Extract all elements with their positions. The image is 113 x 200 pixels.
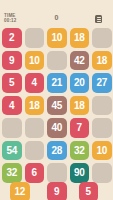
tile-4[interactable]: 4 [25, 73, 45, 93]
tile-9[interactable]: 9 [2, 51, 22, 71]
tile-54[interactable]: 54 [2, 141, 22, 161]
tile-21[interactable]: 21 [47, 73, 67, 93]
tile-32[interactable]: 32 [70, 141, 90, 161]
tile-2[interactable]: 2 [2, 28, 22, 48]
tile-32[interactable]: 32 [2, 163, 22, 183]
incoming-tile-5[interactable]: 5 [79, 182, 99, 200]
tile-4[interactable]: 4 [2, 96, 22, 116]
tile-18[interactable]: 18 [70, 96, 90, 116]
incoming-row: 1295 [0, 182, 113, 200]
hamburger-menu-icon [97, 21, 101, 22]
tile-10[interactable]: 10 [92, 141, 112, 161]
tile-27[interactable]: 27 [92, 73, 112, 93]
empty-cell [47, 51, 67, 71]
tile-18[interactable]: 18 [70, 28, 90, 48]
empty-cell [92, 163, 112, 183]
tile-18[interactable]: 18 [25, 96, 45, 116]
incoming-tile-12[interactable]: 12 [10, 182, 30, 200]
empty-cell [47, 163, 67, 183]
hamburger-menu-icon [97, 17, 101, 18]
tile-10[interactable]: 10 [25, 51, 45, 71]
tile-5[interactable]: 5 [2, 73, 22, 93]
tile-20[interactable]: 20 [70, 73, 90, 93]
empty-cell [92, 96, 112, 116]
tile-7[interactable]: 7 [70, 118, 90, 138]
empty-cell [25, 28, 45, 48]
board: 2101891042185421202741845184075428321032… [2, 28, 112, 183]
tile-6[interactable]: 6 [25, 163, 45, 183]
empty-cell [92, 118, 112, 138]
tile-42[interactable]: 42 [70, 51, 90, 71]
empty-cell [25, 118, 45, 138]
tile-45[interactable]: 45 [47, 96, 67, 116]
empty-cell [92, 28, 112, 48]
hamburger-menu-icon [97, 19, 101, 20]
menu-button[interactable] [95, 15, 102, 23]
tile-28[interactable]: 28 [47, 141, 67, 161]
incoming-tile-9[interactable]: 9 [47, 182, 67, 200]
tile-10[interactable]: 10 [47, 28, 67, 48]
empty-cell [25, 141, 45, 161]
tile-90[interactable]: 90 [70, 163, 90, 183]
empty-cell [2, 118, 22, 138]
tile-18[interactable]: 18 [92, 51, 112, 71]
tile-40[interactable]: 40 [47, 118, 67, 138]
game-screen: TIME 00:12 0 210189104218542120274184518… [0, 0, 113, 200]
